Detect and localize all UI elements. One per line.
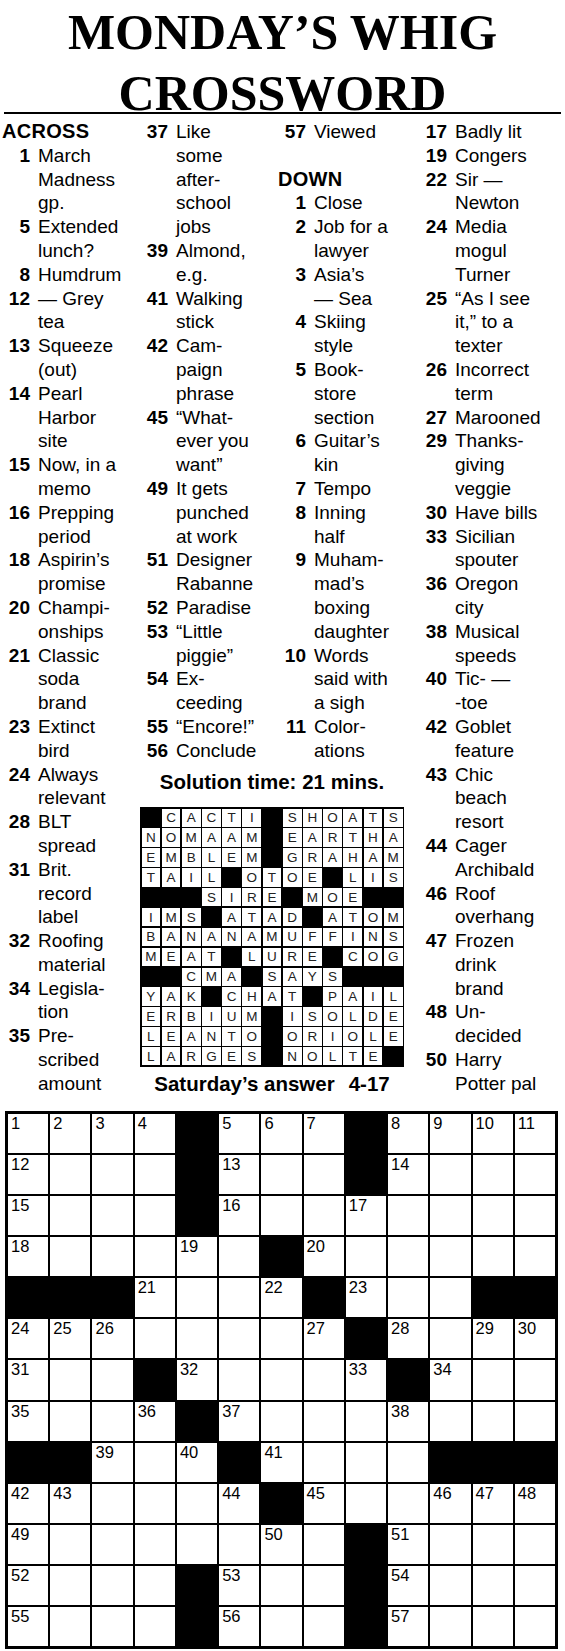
clue-text: Designer Rabanne: [176, 548, 253, 596]
clue-number: 55: [140, 715, 176, 739]
solution-letter-cell: T: [263, 868, 282, 886]
clue-number: 3: [278, 263, 314, 311]
puzzle-cell[interactable]: [50, 1360, 90, 1399]
puzzle-cell[interactable]: [135, 1443, 175, 1482]
puzzle-cell[interactable]: [515, 1155, 555, 1194]
solution-letter-cell: M: [182, 828, 201, 846]
clue-text: — Grey tea: [38, 287, 103, 335]
puzzle-cell[interactable]: [430, 1196, 470, 1235]
cell-number: 41: [264, 1444, 282, 1461]
puzzle-cell[interactable]: [219, 1278, 259, 1317]
puzzle-cell[interactable]: [92, 1484, 132, 1523]
clue-41: 41Walking stick: [140, 287, 274, 335]
puzzle-cell[interactable]: [261, 1360, 301, 1399]
puzzle-cell[interactable]: [50, 1607, 90, 1646]
puzzle-cell[interactable]: 44: [219, 1484, 259, 1523]
clue-number: 24: [2, 763, 38, 811]
solution-letter-cell: T: [222, 809, 241, 827]
solution-letter-cell: U: [263, 948, 282, 966]
clue-5: 5Book- store section: [278, 358, 410, 429]
solution-letter-cell: O: [242, 868, 261, 886]
puzzle-cell[interactable]: [473, 1402, 513, 1441]
solution-letter-cell: A: [162, 987, 181, 1005]
solution-black-cell: [222, 948, 241, 966]
cell-number: 25: [53, 1320, 71, 1337]
clue-51: 51Designer Rabanne: [140, 548, 274, 596]
solution-letter-cell: C: [162, 809, 181, 827]
puzzle-cell[interactable]: [346, 1237, 386, 1276]
clue-number: 33: [417, 525, 455, 573]
puzzle-cell[interactable]: [304, 1155, 344, 1194]
clue-50: 50Harry Potter pal: [417, 1048, 565, 1096]
solution-letter-cell: L: [384, 987, 403, 1005]
puzzle-cell[interactable]: [304, 1607, 344, 1646]
puzzle-cell[interactable]: [135, 1319, 175, 1358]
clue-number: 24: [417, 215, 455, 286]
clue-55: 55“Encore!”: [140, 715, 274, 739]
puzzle-cell[interactable]: 30: [515, 1319, 555, 1358]
cell-number: 53: [222, 1567, 240, 1584]
cell-number: 50: [264, 1526, 282, 1543]
puzzle-cell[interactable]: [304, 1196, 344, 1235]
puzzle-cell[interactable]: 53: [219, 1566, 259, 1605]
clue-number: 8: [2, 263, 38, 287]
solution-letter-cell: R: [303, 1027, 322, 1045]
clue-1: 1Close: [278, 191, 410, 215]
cell-number: 38: [391, 1403, 409, 1420]
solution-letter-cell: T: [343, 828, 362, 846]
cell-number: 9: [433, 1115, 442, 1132]
puzzle-cell[interactable]: 13: [219, 1155, 259, 1194]
puzzle-cell[interactable]: 2: [50, 1114, 90, 1153]
puzzle-cell[interactable]: [515, 1525, 555, 1564]
puzzle-cell[interactable]: [92, 1196, 132, 1235]
solution-black-cell: [384, 888, 403, 906]
cell-number: 11: [518, 1115, 535, 1132]
clue-text: It gets punched at work: [176, 477, 249, 548]
clue-column-2: 37Like some after- school jobs39Almond, …: [140, 120, 274, 763]
puzzle-cell[interactable]: 14: [388, 1155, 428, 1194]
puzzle-cell[interactable]: [388, 1237, 428, 1276]
clue-number: 25: [417, 287, 455, 358]
solution-letter-cell: T: [343, 1047, 362, 1065]
puzzle-grid: 1234567891011121314151617181920212223242…: [5, 1111, 558, 1649]
clue-text: “Little piggie”: [176, 620, 233, 668]
solution-letter-cell: C: [343, 948, 362, 966]
clue-number: 21: [2, 644, 38, 715]
puzzle-cell[interactable]: [388, 1443, 428, 1482]
clue-number: 14: [2, 382, 38, 453]
black-square: [177, 1402, 217, 1441]
cell-number: 36: [138, 1403, 156, 1420]
clue-number: 57: [278, 120, 314, 144]
clue-text: Book- store section: [314, 358, 374, 429]
clue-24: 24Always relevant: [2, 763, 138, 811]
puzzle-cell[interactable]: [50, 1196, 90, 1235]
puzzle-cell[interactable]: [515, 1360, 555, 1399]
puzzle-cell[interactable]: [346, 1402, 386, 1441]
clue-42: 42Cam- paign phrase: [140, 334, 274, 405]
puzzle-cell[interactable]: [92, 1607, 132, 1646]
solution-letter-cell: P: [323, 987, 342, 1005]
puzzle-cell[interactable]: 7: [304, 1114, 344, 1153]
puzzle-cell[interactable]: [50, 1525, 90, 1564]
solution-letter-cell: I: [182, 868, 201, 886]
solution-black-cell: [263, 1047, 282, 1065]
solution-letter-cell: L: [142, 1027, 161, 1045]
puzzle-cell[interactable]: [92, 1237, 132, 1276]
puzzle-cell[interactable]: 40: [177, 1443, 217, 1482]
cell-number: 29: [476, 1320, 494, 1337]
clue-38: 38Musical speeds: [417, 620, 565, 668]
solution-black-cell: [142, 809, 161, 827]
solution-black-cell: [202, 908, 221, 926]
clue-text: Badly lit: [455, 120, 522, 144]
puzzle-cell[interactable]: 31: [8, 1360, 48, 1399]
puzzle-cell[interactable]: [515, 1196, 555, 1235]
solution-letter-cell: T: [222, 1027, 241, 1045]
puzzle-cell[interactable]: [261, 1566, 301, 1605]
solution-black-cell: [142, 888, 161, 906]
solution-letter-cell: M: [142, 948, 161, 966]
puzzle-cell[interactable]: [135, 1566, 175, 1605]
puzzle-cell[interactable]: [219, 1319, 259, 1358]
puzzle-cell[interactable]: 11: [515, 1114, 555, 1153]
solution-letter-cell: D: [364, 1007, 383, 1025]
puzzle-cell[interactable]: 26: [92, 1319, 132, 1358]
clue-column-4: 17Badly lit19Congers22Sir — Newton24Medi…: [417, 120, 565, 1096]
puzzle-cell[interactable]: 17: [346, 1196, 386, 1235]
page-title: MONDAY’S WHIG CROSSWORD: [0, 2, 565, 124]
puzzle-cell[interactable]: [304, 1402, 344, 1441]
solution-letter-cell: M: [263, 928, 282, 946]
puzzle-cell[interactable]: [50, 1155, 90, 1194]
cell-number: 5: [222, 1115, 231, 1132]
cell-number: 13: [222, 1156, 240, 1173]
puzzle-cell[interactable]: 56: [219, 1607, 259, 1646]
puzzle-cell[interactable]: 37: [219, 1402, 259, 1441]
puzzle-cell[interactable]: 35: [8, 1402, 48, 1441]
solution-letter-cell: A: [242, 928, 261, 946]
puzzle-cell[interactable]: 46: [430, 1484, 470, 1523]
puzzle-cell[interactable]: [177, 1525, 217, 1564]
puzzle-cell[interactable]: 6: [261, 1114, 301, 1153]
down-heading: DOWN: [278, 168, 410, 192]
title-line-2: CROSSWORD: [0, 63, 565, 124]
puzzle-cell[interactable]: [430, 1566, 470, 1605]
spacer: [278, 144, 410, 168]
clue-30: 30Have bills: [417, 501, 565, 525]
puzzle-cell[interactable]: [430, 1237, 470, 1276]
puzzle-cell[interactable]: 9: [430, 1114, 470, 1153]
clue-42: 42Goblet feature: [417, 715, 565, 763]
clue-47: 47Frozen drink brand: [417, 929, 565, 1000]
clue-text: Always relevant: [38, 763, 106, 811]
puzzle-cell[interactable]: 20: [304, 1237, 344, 1276]
puzzle-cell[interactable]: [515, 1237, 555, 1276]
cell-number: 37: [222, 1403, 240, 1420]
clue-number: 31: [2, 858, 38, 929]
solution-letter-cell: G: [202, 1047, 221, 1065]
solution-letter-cell: L: [343, 1007, 362, 1025]
solution-letter-cell: S: [303, 1007, 322, 1025]
solution-letter-cell: A: [323, 908, 342, 926]
solution-letter-cell: M: [162, 848, 181, 866]
solution-letter-cell: M: [202, 968, 221, 986]
puzzle-cell[interactable]: 25: [50, 1319, 90, 1358]
puzzle-cell[interactable]: 41: [261, 1443, 301, 1482]
clue-text: Oregon city: [455, 572, 518, 620]
clue-text: March Madness gp.: [38, 144, 115, 215]
solution-letter-cell: M: [242, 1007, 261, 1025]
clue-text: Guitar’s kin: [314, 429, 380, 477]
puzzle-cell[interactable]: 24: [8, 1319, 48, 1358]
clue-text: Harry Potter pal: [455, 1048, 536, 1096]
solution-letter-cell: E: [303, 868, 322, 886]
puzzle-cell[interactable]: 23: [346, 1278, 386, 1317]
cell-number: 22: [264, 1279, 282, 1296]
solution-time-note: Solution time: 21 mins.: [138, 770, 406, 794]
puzzle-cell[interactable]: [430, 1607, 470, 1646]
puzzle-cell[interactable]: [515, 1607, 555, 1646]
cell-number: 24: [11, 1320, 29, 1337]
puzzle-cell[interactable]: [430, 1525, 470, 1564]
clue-text: Thanks- giving veggie: [455, 429, 524, 500]
puzzle-cell[interactable]: 36: [135, 1402, 175, 1441]
clue-text: Asia’s — Sea: [314, 263, 372, 311]
clue-number: 10: [278, 644, 314, 715]
clue-text: Sir — Newton: [455, 168, 519, 216]
clue-number: 32: [2, 929, 38, 977]
puzzle-cell[interactable]: [135, 1237, 175, 1276]
puzzle-cell[interactable]: 21: [135, 1278, 175, 1317]
solution-letter-cell: A: [283, 968, 302, 986]
puzzle-cell[interactable]: 5: [219, 1114, 259, 1153]
black-square: [8, 1278, 48, 1317]
puzzle-cell[interactable]: [430, 1155, 470, 1194]
puzzle-cell[interactable]: [261, 1607, 301, 1646]
cell-number: 15: [11, 1197, 29, 1214]
puzzle-cell[interactable]: 8: [388, 1114, 428, 1153]
cell-number: 14: [391, 1156, 409, 1173]
solution-letter-cell: A: [343, 987, 362, 1005]
puzzle-cell[interactable]: 10: [473, 1114, 513, 1153]
puzzle-cell[interactable]: [515, 1566, 555, 1605]
puzzle-cell[interactable]: [261, 1319, 301, 1358]
puzzle-cell[interactable]: [473, 1196, 513, 1235]
puzzle-cell[interactable]: 34: [430, 1360, 470, 1399]
solution-letter-cell: O: [364, 948, 383, 966]
puzzle-cell[interactable]: [388, 1278, 428, 1317]
clue-text: Roof overhang: [455, 882, 534, 930]
clue-56: 56Conclude: [140, 739, 274, 763]
puzzle-cell[interactable]: 39: [92, 1443, 132, 1482]
puzzle-cell[interactable]: 22: [261, 1278, 301, 1317]
solution-letter-cell: E: [384, 1027, 403, 1045]
solution-letter-cell: K: [182, 987, 201, 1005]
solution-black-cell: [182, 888, 201, 906]
clue-text: Prepping period: [38, 501, 114, 549]
puzzle-cell[interactable]: [388, 1196, 428, 1235]
cell-number: 44: [222, 1485, 240, 1502]
puzzle-cell[interactable]: [304, 1525, 344, 1564]
solution-black-cell: [162, 968, 181, 986]
cell-number: 10: [476, 1115, 494, 1132]
solution-letter-cell: A: [384, 828, 403, 846]
puzzle-cell[interactable]: [261, 1196, 301, 1235]
clue-text: Tempo: [314, 477, 371, 501]
puzzle-cell[interactable]: [92, 1402, 132, 1441]
solution-letter-cell: M: [384, 908, 403, 926]
clue-2: 2Job for a lawyer: [278, 215, 410, 263]
puzzle-cell[interactable]: 16: [219, 1196, 259, 1235]
puzzle-cell[interactable]: 48: [515, 1484, 555, 1523]
puzzle-cell[interactable]: [219, 1360, 259, 1399]
puzzle-cell[interactable]: [177, 1278, 217, 1317]
puzzle-cell[interactable]: [473, 1566, 513, 1605]
puzzle-cell[interactable]: 15: [8, 1196, 48, 1235]
puzzle-cell[interactable]: [50, 1566, 90, 1605]
puzzle-cell[interactable]: 38: [388, 1402, 428, 1441]
puzzle-cell[interactable]: 12: [8, 1155, 48, 1194]
clue-text: Color- ations: [314, 715, 366, 763]
puzzle-cell[interactable]: [50, 1402, 90, 1441]
puzzle-cell[interactable]: 50: [261, 1525, 301, 1564]
cell-number: 47: [476, 1485, 494, 1502]
puzzle-cell[interactable]: [304, 1443, 344, 1482]
puzzle-cell[interactable]: 33: [346, 1360, 386, 1399]
puzzle-cell[interactable]: [50, 1237, 90, 1276]
puzzle-cell[interactable]: 1: [8, 1114, 48, 1153]
puzzle-cell[interactable]: [473, 1525, 513, 1564]
solution-letter-cell: I: [242, 809, 261, 827]
puzzle-cell[interactable]: [261, 1402, 301, 1441]
puzzle-cell[interactable]: 32: [177, 1360, 217, 1399]
clue-21: 21Classic soda brand: [2, 644, 138, 715]
puzzle-cell[interactable]: 4: [135, 1114, 175, 1153]
puzzle-cell[interactable]: [430, 1402, 470, 1441]
solution-letter-cell: S: [384, 928, 403, 946]
clue-number: 22: [417, 168, 455, 216]
puzzle-cell[interactable]: [473, 1155, 513, 1194]
puzzle-cell[interactable]: [135, 1484, 175, 1523]
cell-number: 6: [264, 1115, 273, 1132]
clue-text: “Encore!”: [176, 715, 254, 739]
puzzle-cell[interactable]: [135, 1525, 175, 1564]
solution-letter-cell: A: [364, 848, 383, 866]
puzzle-cell[interactable]: [473, 1237, 513, 1276]
puzzle-cell[interactable]: [135, 1607, 175, 1646]
clue-text: Classic soda brand: [38, 644, 99, 715]
solution-letter-cell: E: [364, 1047, 383, 1065]
solution-letter-cell: A: [202, 828, 221, 846]
puzzle-cell[interactable]: [261, 1155, 301, 1194]
puzzle-cell[interactable]: [304, 1566, 344, 1605]
puzzle-cell[interactable]: [92, 1360, 132, 1399]
puzzle-cell[interactable]: [430, 1319, 470, 1358]
puzzle-cell[interactable]: 49: [8, 1525, 48, 1564]
puzzle-cell[interactable]: [219, 1525, 259, 1564]
cell-number: 39: [95, 1444, 113, 1461]
puzzle-cell[interactable]: 28: [388, 1319, 428, 1358]
black-square: [177, 1155, 217, 1194]
clue-text: Sicilian spouter: [455, 525, 518, 573]
puzzle-cell[interactable]: [304, 1360, 344, 1399]
clue-number: 45: [140, 406, 176, 477]
black-square: [388, 1360, 428, 1399]
divider-rule: [4, 112, 561, 114]
puzzle-cell[interactable]: [135, 1155, 175, 1194]
puzzle-cell[interactable]: 45: [304, 1484, 344, 1523]
puzzle-cell[interactable]: [219, 1237, 259, 1276]
solution-letter-cell: E: [263, 888, 282, 906]
puzzle-cell[interactable]: 18: [8, 1237, 48, 1276]
puzzle-cell[interactable]: 52: [8, 1566, 48, 1605]
puzzle-cell[interactable]: 3: [92, 1114, 132, 1153]
puzzle-cell[interactable]: [430, 1278, 470, 1317]
solution-black-cell: [162, 888, 181, 906]
puzzle-cell[interactable]: [346, 1443, 386, 1482]
solution-letter-cell: B: [182, 848, 201, 866]
puzzle-cell[interactable]: 51: [388, 1525, 428, 1564]
puzzle-cell[interactable]: 47: [473, 1484, 513, 1523]
puzzle-cell[interactable]: 27: [304, 1319, 344, 1358]
puzzle-cell[interactable]: 29: [473, 1319, 513, 1358]
puzzle-cell[interactable]: [177, 1319, 217, 1358]
clue-18: 18Aspirin’s promise: [2, 548, 138, 596]
solution-caption: Saturday’s answer4-17: [138, 1072, 406, 1096]
puzzle-cell[interactable]: 42: [8, 1484, 48, 1523]
solution-letter-cell: O: [323, 888, 342, 906]
solution-letter-cell: I: [283, 1007, 302, 1025]
puzzle-cell[interactable]: [92, 1155, 132, 1194]
solution-letter-cell: L: [364, 1027, 383, 1045]
clue-text: Pearl Harbor site: [38, 382, 96, 453]
black-square: [177, 1114, 217, 1153]
puzzle-cell[interactable]: [177, 1484, 217, 1523]
clue-number: 54: [140, 667, 176, 715]
clue-54: 54Ex- ceeding: [140, 667, 274, 715]
puzzle-cell[interactable]: [515, 1402, 555, 1441]
clue-10: 10Words said with a sigh: [278, 644, 410, 715]
puzzle-cell[interactable]: 54: [388, 1566, 428, 1605]
solution-letter-cell: F: [323, 928, 342, 946]
clue-number: 49: [140, 477, 176, 548]
puzzle-cell[interactable]: [346, 1484, 386, 1523]
puzzle-cell[interactable]: 19: [177, 1237, 217, 1276]
clue-text: Close: [314, 191, 363, 215]
puzzle-cell[interactable]: 57: [388, 1607, 428, 1646]
puzzle-cell[interactable]: [92, 1566, 132, 1605]
puzzle-cell[interactable]: 43: [50, 1484, 90, 1523]
puzzle-cell[interactable]: [135, 1196, 175, 1235]
puzzle-cell[interactable]: [473, 1607, 513, 1646]
solution-letter-cell: A: [222, 828, 241, 846]
clue-column-across: ACROSS1March Madness gp.5Extended lunch?…: [2, 120, 138, 1096]
puzzle-cell[interactable]: [388, 1484, 428, 1523]
clue-number: 28: [2, 810, 38, 858]
puzzle-cell[interactable]: 55: [8, 1607, 48, 1646]
cell-number: 3: [95, 1115, 104, 1132]
solution-letter-cell: O: [303, 1047, 322, 1065]
clue-text: Ex- ceeding: [176, 667, 243, 715]
solution-letter-cell: A: [162, 928, 181, 946]
puzzle-cell[interactable]: [92, 1525, 132, 1564]
clue-15: 15Now, in a memo: [2, 453, 138, 501]
cell-number: 27: [307, 1320, 325, 1337]
clue-36: 36Oregon city: [417, 572, 565, 620]
puzzle-cell[interactable]: [473, 1360, 513, 1399]
